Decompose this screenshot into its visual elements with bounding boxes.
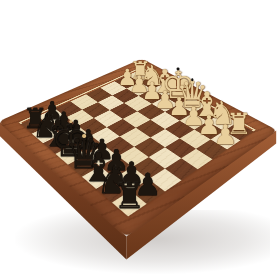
- chess-set-photo: ♜♞♝♚♛♝♞♜♟♟♟♟♟♟♟♟♟♟♟♟♟♟♟♟♜♞♝♚♛♝♞♜: [0, 0, 280, 280]
- frame-corner-left: [0, 121, 1, 123]
- frame-corner-far: [141, 59, 143, 60]
